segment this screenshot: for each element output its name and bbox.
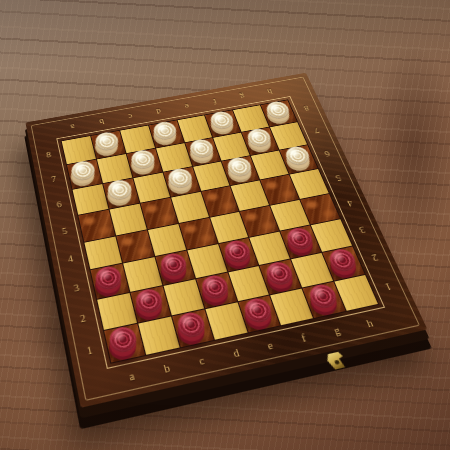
white-checker-e7[interactable] — [188, 138, 216, 160]
red-checker-c3[interactable] — [159, 251, 189, 277]
white-checker-h6[interactable] — [283, 145, 312, 167]
red-checker-e3[interactable] — [222, 238, 253, 264]
red-checker-e1[interactable] — [241, 296, 274, 324]
red-checker-c1[interactable] — [175, 310, 207, 339]
red-checker-f2[interactable] — [263, 260, 295, 287]
red-checker-g1[interactable] — [306, 282, 339, 310]
white-checker-f6[interactable] — [225, 156, 254, 178]
red-checker-a3[interactable] — [94, 264, 124, 291]
white-checker-c7[interactable] — [130, 149, 157, 171]
white-checker-b6[interactable] — [106, 178, 134, 201]
white-checker-f8[interactable] — [208, 110, 235, 131]
white-checker-d8[interactable] — [152, 121, 179, 142]
red-checker-g3[interactable] — [284, 226, 315, 251]
white-checker-d6[interactable] — [166, 167, 194, 190]
white-checker-b8[interactable] — [94, 131, 121, 152]
red-checker-d2[interactable] — [199, 273, 231, 300]
white-checker-a7[interactable] — [70, 160, 97, 183]
board-scene: abcdefgh abcdefgh 87654321 87654321 — [0, 0, 450, 450]
red-checker-h2[interactable] — [326, 247, 359, 273]
white-checker-g7[interactable] — [245, 127, 273, 148]
red-checker-b2[interactable] — [134, 287, 165, 315]
red-checker-a1[interactable] — [108, 324, 140, 354]
white-checker-h8[interactable] — [264, 100, 292, 120]
photo-stage: abcdefgh abcdefgh 87654321 87654321 — [0, 0, 450, 450]
